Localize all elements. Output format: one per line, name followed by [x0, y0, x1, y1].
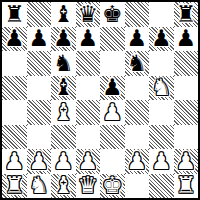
square-h7[interactable]: ♟: [174, 27, 199, 52]
square-g7[interactable]: ♟: [149, 27, 174, 52]
black-knight-icon: ♞: [53, 51, 74, 74]
black-pawn-icon: ♟: [126, 27, 147, 50]
square-c1[interactable]: ♝: [51, 174, 76, 199]
black-pawn-icon: ♟: [151, 27, 172, 50]
square-c2[interactable]: ♟: [51, 149, 76, 174]
square-f6[interactable]: ♞: [125, 51, 150, 76]
square-f2[interactable]: ♟: [125, 149, 150, 174]
black-pawn-icon: ♟: [4, 27, 25, 50]
square-g4[interactable]: [149, 100, 174, 125]
square-f1[interactable]: [125, 174, 150, 199]
square-a7[interactable]: ♟: [2, 27, 27, 52]
black-pawn-icon: ♟: [77, 27, 98, 50]
square-b3[interactable]: [27, 125, 52, 150]
square-a6[interactable]: [2, 51, 27, 76]
square-d6[interactable]: [76, 51, 101, 76]
square-a2[interactable]: ♟: [2, 149, 27, 174]
square-h2[interactable]: ♟: [174, 149, 199, 174]
square-e3[interactable]: [100, 125, 125, 150]
square-b5[interactable]: [27, 76, 52, 101]
square-b2[interactable]: ♟: [27, 149, 52, 174]
square-e2[interactable]: [100, 149, 125, 174]
square-g2[interactable]: ♟: [149, 149, 174, 174]
white-pawn-icon: ♟: [28, 149, 49, 172]
square-b6[interactable]: [27, 51, 52, 76]
white-king-icon: ♚: [102, 174, 123, 197]
black-pawn-icon: ♟: [175, 27, 196, 50]
black-rook-icon: ♜: [4, 2, 25, 25]
white-pawn-icon: ♟: [4, 149, 25, 172]
chess-board: ♜♝♛♚♜♟♟♟♟♟♟♟♞♞♝♟♞♝♟♟♟♟♟♟♟♟♜♞♝♛♚♜: [0, 0, 200, 200]
square-h5[interactable]: [174, 76, 199, 101]
square-h1[interactable]: ♜: [174, 174, 199, 199]
black-pawn-icon: ♟: [28, 27, 49, 50]
square-b4[interactable]: [27, 100, 52, 125]
black-bishop-icon: ♝: [53, 2, 74, 25]
square-g6[interactable]: [149, 51, 174, 76]
white-rook-icon: ♜: [175, 174, 196, 197]
square-f3[interactable]: [125, 125, 150, 150]
square-c6[interactable]: ♞: [51, 51, 76, 76]
square-c5[interactable]: ♝: [51, 76, 76, 101]
black-knight-icon: ♞: [126, 51, 147, 74]
square-f4[interactable]: [125, 100, 150, 125]
square-e5[interactable]: ♟: [100, 76, 125, 101]
square-b1[interactable]: ♞: [27, 174, 52, 199]
white-pawn-icon: ♟: [53, 149, 74, 172]
square-d8[interactable]: ♛: [76, 2, 101, 27]
white-rook-icon: ♜: [4, 174, 25, 197]
square-h4[interactable]: [174, 100, 199, 125]
square-e1[interactable]: ♚: [100, 174, 125, 199]
black-king-icon: ♚: [102, 2, 123, 25]
square-e4[interactable]: ♟: [100, 100, 125, 125]
square-d7[interactable]: ♟: [76, 27, 101, 52]
square-e7[interactable]: [100, 27, 125, 52]
white-bishop-icon: ♝: [53, 174, 74, 197]
square-a1[interactable]: ♜: [2, 174, 27, 199]
white-pawn-icon: ♟: [126, 149, 147, 172]
square-c4[interactable]: ♝: [51, 100, 76, 125]
square-a5[interactable]: [2, 76, 27, 101]
black-pawn-icon: ♟: [53, 27, 74, 50]
square-g3[interactable]: [149, 125, 174, 150]
square-g1[interactable]: [149, 174, 174, 199]
white-knight-icon: ♞: [151, 76, 172, 99]
square-f5[interactable]: [125, 76, 150, 101]
black-rook-icon: ♜: [175, 2, 196, 25]
square-b7[interactable]: ♟: [27, 27, 52, 52]
square-d2[interactable]: ♟: [76, 149, 101, 174]
square-d3[interactable]: [76, 125, 101, 150]
square-f7[interactable]: ♟: [125, 27, 150, 52]
white-pawn-icon: ♟: [175, 149, 196, 172]
square-d4[interactable]: [76, 100, 101, 125]
square-c7[interactable]: ♟: [51, 27, 76, 52]
square-c3[interactable]: [51, 125, 76, 150]
square-b8[interactable]: [27, 2, 52, 27]
white-knight-icon: ♞: [28, 174, 49, 197]
square-g5[interactable]: ♞: [149, 76, 174, 101]
white-queen-icon: ♛: [77, 174, 98, 197]
square-a4[interactable]: [2, 100, 27, 125]
square-g8[interactable]: [149, 2, 174, 27]
white-pawn-icon: ♟: [102, 100, 123, 123]
square-d5[interactable]: [76, 76, 101, 101]
square-e6[interactable]: [100, 51, 125, 76]
square-d1[interactable]: ♛: [76, 174, 101, 199]
white-pawn-icon: ♟: [77, 149, 98, 172]
square-h6[interactable]: [174, 51, 199, 76]
black-queen-icon: ♛: [77, 2, 98, 25]
square-a3[interactable]: [2, 125, 27, 150]
square-c8[interactable]: ♝: [51, 2, 76, 27]
square-h8[interactable]: ♜: [174, 2, 199, 27]
square-h3[interactable]: [174, 125, 199, 150]
square-a8[interactable]: ♜: [2, 2, 27, 27]
white-bishop-icon: ♝: [53, 100, 74, 123]
square-e8[interactable]: ♚: [100, 2, 125, 27]
square-f8[interactable]: [125, 2, 150, 27]
white-pawn-icon: ♟: [151, 149, 172, 172]
black-bishop-icon: ♝: [53, 76, 74, 99]
black-pawn-icon: ♟: [102, 76, 123, 99]
